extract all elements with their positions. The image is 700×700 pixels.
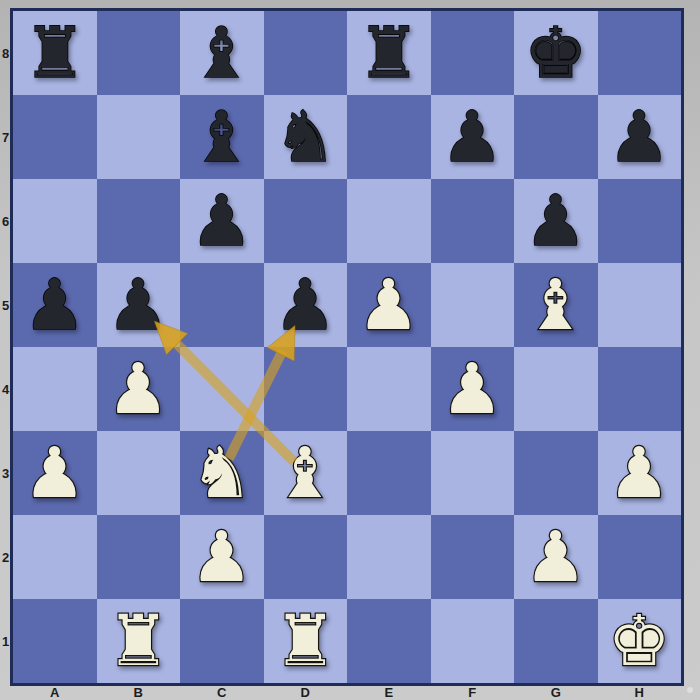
square-e6[interactable] [347, 179, 431, 263]
piece-white-bishop[interactable]: ♝ [524, 270, 587, 340]
file-label-e: E [347, 685, 431, 700]
square-b2[interactable] [97, 515, 181, 599]
square-c6[interactable]: ♟ [180, 179, 264, 263]
square-f2[interactable] [431, 515, 515, 599]
square-b7[interactable] [97, 95, 181, 179]
piece-black-pawn[interactable]: ♟ [274, 270, 337, 340]
square-d7[interactable]: ♞ [264, 95, 348, 179]
resize-dot [687, 687, 693, 693]
piece-white-pawn[interactable]: ♟ [357, 270, 420, 340]
piece-white-pawn[interactable]: ♟ [608, 438, 671, 508]
square-b4[interactable]: ♟ [97, 347, 181, 431]
piece-white-king[interactable]: ♚ [608, 606, 671, 676]
square-c5[interactable] [180, 263, 264, 347]
square-h3[interactable]: ♟ [598, 431, 682, 515]
piece-white-pawn[interactable]: ♟ [441, 354, 504, 424]
square-a2[interactable] [13, 515, 97, 599]
square-d6[interactable] [264, 179, 348, 263]
square-e5[interactable]: ♟ [347, 263, 431, 347]
square-f1[interactable] [431, 599, 515, 683]
chess-board: ♜♝♜♚♝♞♟♟♟♟♟♟♟♟♝♟♟♟♞♝♟♟♟♜♜♚ [10, 8, 684, 686]
square-c2[interactable]: ♟ [180, 515, 264, 599]
square-a3[interactable]: ♟ [13, 431, 97, 515]
square-g6[interactable]: ♟ [514, 179, 598, 263]
square-e8[interactable]: ♜ [347, 11, 431, 95]
square-c4[interactable] [180, 347, 264, 431]
square-c8[interactable]: ♝ [180, 11, 264, 95]
square-g4[interactable] [514, 347, 598, 431]
piece-black-rook[interactable]: ♜ [23, 18, 86, 88]
file-label-g: G [514, 685, 598, 700]
square-h7[interactable]: ♟ [598, 95, 682, 179]
piece-white-pawn[interactable]: ♟ [524, 522, 587, 592]
file-label-b: B [97, 685, 181, 700]
square-f7[interactable]: ♟ [431, 95, 515, 179]
square-a7[interactable] [13, 95, 97, 179]
file-label-c: C [180, 685, 264, 700]
square-c1[interactable] [180, 599, 264, 683]
square-d5[interactable]: ♟ [264, 263, 348, 347]
piece-black-pawn[interactable]: ♟ [608, 102, 671, 172]
square-a8[interactable]: ♜ [13, 11, 97, 95]
piece-black-bishop[interactable]: ♝ [190, 18, 253, 88]
square-e7[interactable] [347, 95, 431, 179]
square-g5[interactable]: ♝ [514, 263, 598, 347]
square-h6[interactable] [598, 179, 682, 263]
piece-black-king[interactable]: ♚ [524, 18, 587, 88]
square-f8[interactable] [431, 11, 515, 95]
piece-white-bishop[interactable]: ♝ [274, 438, 337, 508]
square-e3[interactable] [347, 431, 431, 515]
square-b5[interactable]: ♟ [97, 263, 181, 347]
square-b6[interactable] [97, 179, 181, 263]
piece-black-pawn[interactable]: ♟ [441, 102, 504, 172]
piece-black-rook[interactable]: ♜ [357, 18, 420, 88]
app-background: 87654321 ♜♝♜♚♝♞♟♟♟♟♟♟♟♟♝♟♟♟♞♝♟♟♟♜♜♚ ABCD… [0, 0, 700, 700]
square-g1[interactable] [514, 599, 598, 683]
piece-black-bishop[interactable]: ♝ [190, 102, 253, 172]
square-e4[interactable] [347, 347, 431, 431]
square-a5[interactable]: ♟ [13, 263, 97, 347]
square-e2[interactable] [347, 515, 431, 599]
square-g7[interactable] [514, 95, 598, 179]
piece-white-pawn[interactable]: ♟ [23, 438, 86, 508]
square-c7[interactable]: ♝ [180, 95, 264, 179]
square-d8[interactable] [264, 11, 348, 95]
piece-black-pawn[interactable]: ♟ [524, 186, 587, 256]
square-f3[interactable] [431, 431, 515, 515]
piece-black-pawn[interactable]: ♟ [23, 270, 86, 340]
square-d3[interactable]: ♝ [264, 431, 348, 515]
square-b8[interactable] [97, 11, 181, 95]
piece-black-knight[interactable]: ♞ [274, 102, 337, 172]
square-e1[interactable] [347, 599, 431, 683]
square-a4[interactable] [13, 347, 97, 431]
square-c3[interactable]: ♞ [180, 431, 264, 515]
square-d2[interactable] [264, 515, 348, 599]
piece-black-pawn[interactable]: ♟ [107, 270, 170, 340]
file-labels: ABCDEFGH [13, 685, 681, 700]
square-b3[interactable] [97, 431, 181, 515]
file-label-a: A [13, 685, 97, 700]
file-label-d: D [264, 685, 348, 700]
square-d1[interactable]: ♜ [264, 599, 348, 683]
square-h5[interactable] [598, 263, 682, 347]
square-h8[interactable] [598, 11, 682, 95]
square-f6[interactable] [431, 179, 515, 263]
file-label-h: H [598, 685, 682, 700]
board-grid: ♜♝♜♚♝♞♟♟♟♟♟♟♟♟♝♟♟♟♞♝♟♟♟♜♜♚ [13, 11, 681, 683]
piece-white-rook[interactable]: ♜ [107, 606, 170, 676]
piece-black-pawn[interactable]: ♟ [190, 186, 253, 256]
square-h2[interactable] [598, 515, 682, 599]
piece-white-pawn[interactable]: ♟ [107, 354, 170, 424]
piece-white-knight[interactable]: ♞ [190, 438, 253, 508]
square-f4[interactable]: ♟ [431, 347, 515, 431]
square-g3[interactable] [514, 431, 598, 515]
file-label-f: F [431, 685, 515, 700]
square-g8[interactable]: ♚ [514, 11, 598, 95]
square-d4[interactable] [264, 347, 348, 431]
piece-white-pawn[interactable]: ♟ [190, 522, 253, 592]
piece-white-rook[interactable]: ♜ [274, 606, 337, 676]
square-a6[interactable] [13, 179, 97, 263]
square-b1[interactable]: ♜ [97, 599, 181, 683]
square-f5[interactable] [431, 263, 515, 347]
square-a1[interactable] [13, 599, 97, 683]
square-h1[interactable]: ♚ [598, 599, 682, 683]
square-h4[interactable] [598, 347, 682, 431]
square-g2[interactable]: ♟ [514, 515, 598, 599]
